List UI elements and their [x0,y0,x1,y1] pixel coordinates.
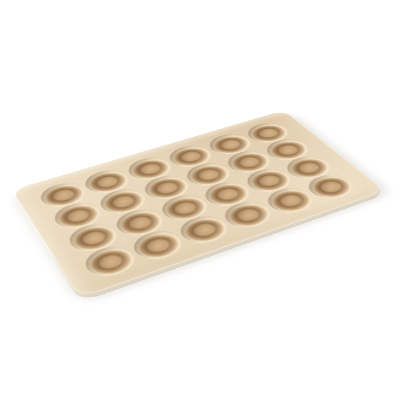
muffin-pan-face [12,110,385,298]
muffin-pan [12,110,385,298]
product-photo [0,0,400,400]
